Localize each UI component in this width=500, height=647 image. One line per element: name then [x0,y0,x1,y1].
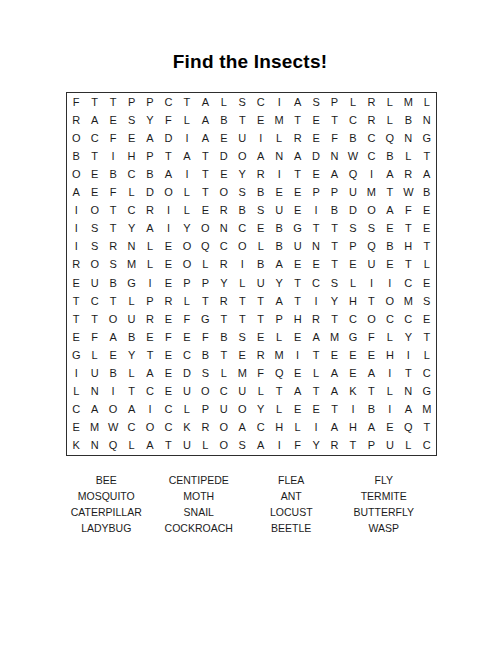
grid-cell-r19c20[interactable]: T [418,419,436,437]
grid-cell-r17c8[interactable]: O [196,383,214,401]
grid-cell-r12c12[interactable]: A [270,292,288,310]
grid-cell-r12c16[interactable]: H [344,292,362,310]
grid-cell-r14c9[interactable]: B [215,328,233,346]
grid-cell-r18c7[interactable]: L [178,401,196,419]
grid-cell-r8c6[interactable]: I [159,220,177,238]
grid-cell-r19c12[interactable]: H [270,419,288,437]
grid-cell-r12c15[interactable]: Y [325,292,343,310]
grid-cell-r12c18[interactable]: O [381,292,399,310]
grid-cell-r11c10[interactable]: L [233,274,251,292]
grid-cell-r20c6[interactable]: T [159,437,177,455]
grid-cell-r7c3[interactable]: T [104,202,122,220]
grid-cell-r9c5[interactable]: L [141,238,159,256]
grid-cell-r18c20[interactable]: M [418,401,436,419]
grid-cell-r4c13[interactable]: A [288,147,306,165]
grid-cell-r1c3[interactable]: T [104,93,122,111]
grid-cell-r16c2[interactable]: U [85,365,103,383]
grid-cell-r15c2[interactable]: L [85,346,103,364]
grid-cell-r17c7[interactable]: U [178,383,196,401]
grid-cell-r19c16[interactable]: H [344,419,362,437]
grid-cell-r11c19[interactable]: C [399,274,417,292]
grid-cell-r17c16[interactable]: K [344,383,362,401]
grid-cell-r12c13[interactable]: T [288,292,306,310]
grid-cell-r6c1[interactable]: A [67,184,85,202]
grid-cell-r8c19[interactable]: T [399,220,417,238]
grid-cell-r6c4[interactable]: L [122,184,140,202]
grid-cell-r1c19[interactable]: M [399,93,417,111]
grid-cell-r3c6[interactable]: D [159,129,177,147]
grid-cell-r12c19[interactable]: M [399,292,417,310]
grid-cell-r18c5[interactable]: I [141,401,159,419]
grid-cell-r3c15[interactable]: F [325,129,343,147]
grid-cell-r3c5[interactable]: A [141,129,159,147]
grid-cell-r11c16[interactable]: L [344,274,362,292]
grid-cell-r11c17[interactable]: I [362,274,380,292]
grid-cell-r13c16[interactable]: C [344,310,362,328]
grid-cell-r9c7[interactable]: O [178,238,196,256]
grid-cell-r14c16[interactable]: G [344,328,362,346]
grid-cell-r6c12[interactable]: E [270,184,288,202]
grid-cell-r12c10[interactable]: T [233,292,251,310]
grid-cell-r2c11[interactable]: E [252,111,270,129]
grid-cell-r15c8[interactable]: B [196,346,214,364]
grid-cell-r11c7[interactable]: P [178,274,196,292]
grid-cell-r8c2[interactable]: S [85,220,103,238]
grid-cell-r11c18[interactable]: I [381,274,399,292]
grid-cell-r4c11[interactable]: A [252,147,270,165]
grid-cell-r14c3[interactable]: A [104,328,122,346]
grid-cell-r11c6[interactable]: E [159,274,177,292]
grid-cell-r2c19[interactable]: B [399,111,417,129]
grid-cell-r20c4[interactable]: L [122,437,140,455]
grid-cell-r11c5[interactable]: I [141,274,159,292]
grid-cell-r15c11[interactable]: R [252,346,270,364]
grid-cell-r7c14[interactable]: I [307,202,325,220]
grid-cell-r18c9[interactable]: U [215,401,233,419]
grid-cell-r20c13[interactable]: F [288,437,306,455]
grid-cell-r3c8[interactable]: A [196,129,214,147]
grid-cell-r9c2[interactable]: S [85,238,103,256]
grid-cell-r12c11[interactable]: T [252,292,270,310]
grid-cell-r11c12[interactable]: Y [270,274,288,292]
grid-cell-r7c4[interactable]: C [122,202,140,220]
grid-cell-r16c7[interactable]: D [178,365,196,383]
grid-cell-r10c7[interactable]: O [178,256,196,274]
grid-cell-r5c16[interactable]: Q [344,165,362,183]
grid-cell-r16c5[interactable]: A [141,365,159,383]
grid-cell-r4c14[interactable]: D [307,147,325,165]
grid-cell-r14c15[interactable]: M [325,328,343,346]
grid-cell-r4c4[interactable]: H [122,147,140,165]
grid-cell-r4c9[interactable]: D [215,147,233,165]
grid-cell-r8c14[interactable]: T [307,220,325,238]
grid-cell-r14c17[interactable]: F [362,328,380,346]
grid-cell-r13c7[interactable]: F [178,310,196,328]
grid-cell-r17c14[interactable]: T [307,383,325,401]
grid-cell-r15c18[interactable]: H [381,346,399,364]
grid-cell-r13c8[interactable]: G [196,310,214,328]
grid-cell-r7c17[interactable]: O [362,202,380,220]
grid-cell-r11c14[interactable]: C [307,274,325,292]
grid-cell-r2c2[interactable]: A [85,111,103,129]
grid-cell-r16c18[interactable]: I [381,365,399,383]
grid-cell-r1c2[interactable]: T [85,93,103,111]
grid-cell-r6c10[interactable]: S [233,184,251,202]
grid-cell-r15c6[interactable]: E [159,346,177,364]
grid-cell-r7c20[interactable]: E [418,202,436,220]
grid-cell-r1c13[interactable]: A [288,93,306,111]
grid-cell-r15c16[interactable]: E [344,346,362,364]
grid-cell-r5c11[interactable]: R [252,165,270,183]
grid-cell-r20c14[interactable]: Y [307,437,325,455]
grid-cell-r14c19[interactable]: Y [399,328,417,346]
grid-cell-r3c10[interactable]: U [233,129,251,147]
grid-cell-r17c19[interactable]: N [399,383,417,401]
grid-cell-r16c10[interactable]: M [233,365,251,383]
grid-cell-r10c11[interactable]: B [252,256,270,274]
grid-cell-r13c19[interactable]: C [399,310,417,328]
grid-cell-r9c10[interactable]: O [233,238,251,256]
grid-cell-r15c7[interactable]: C [178,346,196,364]
grid-cell-r15c3[interactable]: E [104,346,122,364]
grid-cell-r4c17[interactable]: C [362,147,380,165]
grid-cell-r6c20[interactable]: B [418,184,436,202]
grid-cell-r5c13[interactable]: T [288,165,306,183]
grid-cell-r19c7[interactable]: K [178,419,196,437]
grid-cell-r20c17[interactable]: P [362,437,380,455]
grid-cell-r4c20[interactable]: T [418,147,436,165]
grid-cell-r11c20[interactable]: E [418,274,436,292]
grid-cell-r10c6[interactable]: E [159,256,177,274]
grid-cell-r18c2[interactable]: A [85,401,103,419]
grid-cell-r12c6[interactable]: R [159,292,177,310]
grid-cell-r16c16[interactable]: E [344,365,362,383]
grid-cell-r16c13[interactable]: E [288,365,306,383]
grid-cell-r2c6[interactable]: F [159,111,177,129]
grid-cell-r2c17[interactable]: R [362,111,380,129]
grid-cell-r18c11[interactable]: Y [252,401,270,419]
grid-cell-r19c17[interactable]: A [362,419,380,437]
grid-cell-r19c4[interactable]: C [122,419,140,437]
grid-cell-r8c15[interactable]: T [325,220,343,238]
grid-cell-r13c4[interactable]: U [122,310,140,328]
grid-cell-r20c12[interactable]: I [270,437,288,455]
grid-cell-r16c20[interactable]: C [418,365,436,383]
grid-cell-r17c15[interactable]: A [325,383,343,401]
grid-cell-r4c16[interactable]: W [344,147,362,165]
grid-cell-r4c6[interactable]: T [159,147,177,165]
grid-cell-r2c15[interactable]: T [325,111,343,129]
grid-cell-r7c8[interactable]: E [196,202,214,220]
grid-cell-r9c11[interactable]: L [252,238,270,256]
grid-cell-r5c18[interactable]: A [381,165,399,183]
grid-cell-r7c2[interactable]: O [85,202,103,220]
grid-cell-r8c1[interactable]: I [67,220,85,238]
grid-cell-r5c20[interactable]: A [418,165,436,183]
grid-cell-r2c7[interactable]: L [178,111,196,129]
grid-cell-r8c5[interactable]: A [141,220,159,238]
grid-cell-r9c3[interactable]: R [104,238,122,256]
grid-cell-r7c15[interactable]: B [325,202,343,220]
grid-cell-r13c9[interactable]: T [215,310,233,328]
grid-cell-r11c11[interactable]: U [252,274,270,292]
grid-cell-r9c16[interactable]: P [344,238,362,256]
grid-cell-r10c3[interactable]: S [104,256,122,274]
grid-cell-r18c19[interactable]: A [399,401,417,419]
grid-cell-r20c9[interactable]: O [215,437,233,455]
grid-cell-r8c8[interactable]: O [196,220,214,238]
grid-cell-r4c1[interactable]: B [67,147,85,165]
grid-cell-r2c12[interactable]: M [270,111,288,129]
grid-cell-r18c15[interactable]: T [325,401,343,419]
grid-cell-r7c5[interactable]: R [141,202,159,220]
grid-cell-r14c18[interactable]: L [381,328,399,346]
grid-cell-r8c4[interactable]: Y [122,220,140,238]
grid-cell-r6c14[interactable]: P [307,184,325,202]
grid-cell-r14c7[interactable]: E [178,328,196,346]
grid-cell-r17c9[interactable]: C [215,383,233,401]
grid-cell-r14c8[interactable]: F [196,328,214,346]
grid-cell-r20c15[interactable]: R [325,437,343,455]
grid-cell-r12c20[interactable]: S [418,292,436,310]
grid-cell-r2c18[interactable]: L [381,111,399,129]
grid-cell-r9c18[interactable]: B [381,238,399,256]
grid-cell-r12c2[interactable]: C [85,292,103,310]
grid-cell-r2c16[interactable]: C [344,111,362,129]
grid-cell-r1c18[interactable]: L [381,93,399,111]
grid-cell-r6c19[interactable]: W [399,184,417,202]
grid-cell-r8c3[interactable]: T [104,220,122,238]
grid-cell-r4c8[interactable]: T [196,147,214,165]
grid-cell-r15c17[interactable]: E [362,346,380,364]
grid-cell-r3c14[interactable]: E [307,129,325,147]
grid-cell-r12c7[interactable]: L [178,292,196,310]
grid-cell-r15c1[interactable]: G [67,346,85,364]
grid-cell-r2c5[interactable]: Y [141,111,159,129]
grid-cell-r17c12[interactable]: T [270,383,288,401]
grid-cell-r16c14[interactable]: L [307,365,325,383]
grid-cell-r16c4[interactable]: L [122,365,140,383]
grid-cell-r19c14[interactable]: I [307,419,325,437]
grid-cell-r18c4[interactable]: A [122,401,140,419]
grid-cell-r11c8[interactable]: P [196,274,214,292]
grid-cell-r18c14[interactable]: E [307,401,325,419]
grid-cell-r2c20[interactable]: N [418,111,436,129]
grid-cell-r15c12[interactable]: M [270,346,288,364]
grid-cell-r3c18[interactable]: Q [381,129,399,147]
grid-cell-r1c6[interactable]: C [159,93,177,111]
grid-cell-r13c6[interactable]: E [159,310,177,328]
grid-cell-r16c11[interactable]: F [252,365,270,383]
grid-cell-r17c10[interactable]: U [233,383,251,401]
grid-cell-r7c1[interactable]: I [67,202,85,220]
grid-cell-r13c15[interactable]: T [325,310,343,328]
grid-cell-r6c8[interactable]: T [196,184,214,202]
grid-cell-r11c9[interactable]: Y [215,274,233,292]
grid-cell-r2c8[interactable]: A [196,111,214,129]
grid-cell-r14c13[interactable]: E [288,328,306,346]
grid-cell-r2c13[interactable]: T [288,111,306,129]
grid-cell-r6c16[interactable]: U [344,184,362,202]
grid-cell-r5c17[interactable]: I [362,165,380,183]
grid-cell-r14c11[interactable]: E [252,328,270,346]
grid-cell-r9c17[interactable]: Q [362,238,380,256]
grid-cell-r10c20[interactable]: L [418,256,436,274]
grid-cell-r11c4[interactable]: G [122,274,140,292]
grid-cell-r6c13[interactable]: E [288,184,306,202]
grid-cell-r5c4[interactable]: C [122,165,140,183]
grid-cell-r18c8[interactable]: P [196,401,214,419]
grid-cell-r14c2[interactable]: F [85,328,103,346]
grid-cell-r20c3[interactable]: Q [104,437,122,455]
grid-cell-r3c12[interactable]: L [270,129,288,147]
grid-cell-r1c14[interactable]: S [307,93,325,111]
grid-cell-r4c12[interactable]: N [270,147,288,165]
grid-cell-r13c17[interactable]: O [362,310,380,328]
grid-cell-r13c13[interactable]: H [288,310,306,328]
grid-cell-r3c17[interactable]: C [362,129,380,147]
grid-cell-r11c2[interactable]: U [85,274,103,292]
grid-cell-r6c15[interactable]: P [325,184,343,202]
grid-cell-r9c8[interactable]: Q [196,238,214,256]
grid-cell-r20c7[interactable]: U [178,437,196,455]
grid-cell-r5c7[interactable]: I [178,165,196,183]
grid-cell-r4c15[interactable]: N [325,147,343,165]
grid-cell-r5c9[interactable]: E [215,165,233,183]
grid-cell-r17c1[interactable]: L [67,383,85,401]
grid-cell-r8c13[interactable]: G [288,220,306,238]
grid-cell-r15c13[interactable]: I [288,346,306,364]
grid-cell-r1c12[interactable]: I [270,93,288,111]
grid-cell-r15c9[interactable]: T [215,346,233,364]
grid-cell-r7c16[interactable]: D [344,202,362,220]
grid-cell-r3c11[interactable]: I [252,129,270,147]
grid-cell-r16c12[interactable]: Q [270,365,288,383]
grid-cell-r10c4[interactable]: M [122,256,140,274]
grid-cell-r4c18[interactable]: B [381,147,399,165]
grid-cell-r10c18[interactable]: E [381,256,399,274]
grid-cell-r6c17[interactable]: M [362,184,380,202]
grid-cell-r16c1[interactable]: I [67,365,85,383]
grid-cell-r5c15[interactable]: A [325,165,343,183]
grid-cell-r4c2[interactable]: T [85,147,103,165]
grid-cell-r10c5[interactable]: L [141,256,159,274]
grid-cell-r17c5[interactable]: C [141,383,159,401]
grid-cell-r20c5[interactable]: A [141,437,159,455]
grid-cell-r7c18[interactable]: A [381,202,399,220]
grid-cell-r16c3[interactable]: B [104,365,122,383]
grid-cell-r6c6[interactable]: O [159,184,177,202]
grid-cell-r19c18[interactable]: E [381,419,399,437]
grid-cell-r14c6[interactable]: F [159,328,177,346]
grid-cell-r9c19[interactable]: H [399,238,417,256]
grid-cell-r10c1[interactable]: R [67,256,85,274]
grid-cell-r8c16[interactable]: S [344,220,362,238]
grid-cell-r19c11[interactable]: C [252,419,270,437]
grid-cell-r19c5[interactable]: O [141,419,159,437]
grid-cell-r17c20[interactable]: G [418,383,436,401]
grid-cell-r8c10[interactable]: C [233,220,251,238]
grid-cell-r14c14[interactable]: A [307,328,325,346]
grid-cell-r8c12[interactable]: B [270,220,288,238]
grid-cell-r14c20[interactable]: T [418,328,436,346]
grid-cell-r18c12[interactable]: L [270,401,288,419]
grid-cell-r18c10[interactable]: O [233,401,251,419]
grid-cell-r9c9[interactable]: C [215,238,233,256]
grid-cell-r10c16[interactable]: E [344,256,362,274]
grid-cell-r6c3[interactable]: F [104,184,122,202]
grid-cell-r9c15[interactable]: T [325,238,343,256]
grid-cell-r19c8[interactable]: R [196,419,214,437]
grid-cell-r18c1[interactable]: C [67,401,85,419]
grid-cell-r6c2[interactable]: E [85,184,103,202]
grid-cell-r3c1[interactable]: O [67,129,85,147]
grid-cell-r20c19[interactable]: L [399,437,417,455]
grid-cell-r3c2[interactable]: C [85,129,103,147]
grid-cell-r5c5[interactable]: B [141,165,159,183]
grid-cell-r20c11[interactable]: A [252,437,270,455]
grid-cell-r15c4[interactable]: Y [122,346,140,364]
grid-cell-r1c8[interactable]: A [196,93,214,111]
grid-cell-r19c13[interactable]: L [288,419,306,437]
grid-cell-r13c14[interactable]: R [307,310,325,328]
grid-cell-r13c20[interactable]: E [418,310,436,328]
grid-cell-r3c9[interactable]: E [215,129,233,147]
grid-cell-r5c10[interactable]: Y [233,165,251,183]
grid-cell-r1c11[interactable]: C [252,93,270,111]
grid-cell-r1c10[interactable]: S [233,93,251,111]
grid-cell-r8c7[interactable]: Y [178,220,196,238]
grid-cell-r3c7[interactable]: I [178,129,196,147]
grid-cell-r1c16[interactable]: L [344,93,362,111]
grid-cell-r12c14[interactable]: I [307,292,325,310]
grid-cell-r17c11[interactable]: L [252,383,270,401]
grid-cell-r12c8[interactable]: T [196,292,214,310]
grid-cell-r18c18[interactable]: I [381,401,399,419]
grid-cell-r10c14[interactable]: E [307,256,325,274]
grid-cell-r13c12[interactable]: P [270,310,288,328]
grid-cell-r13c10[interactable]: T [233,310,251,328]
grid-cell-r6c11[interactable]: B [252,184,270,202]
grid-cell-r8c20[interactable]: E [418,220,436,238]
grid-cell-r11c3[interactable]: B [104,274,122,292]
grid-cell-r9c12[interactable]: B [270,238,288,256]
grid-cell-r9c4[interactable]: N [122,238,140,256]
grid-cell-r14c10[interactable]: S [233,328,251,346]
grid-cell-r9c14[interactable]: N [307,238,325,256]
grid-cell-r20c2[interactable]: N [85,437,103,455]
grid-cell-r15c5[interactable]: T [141,346,159,364]
grid-cell-r16c9[interactable]: L [215,365,233,383]
grid-cell-r18c6[interactable]: C [159,401,177,419]
grid-cell-r19c6[interactable]: C [159,419,177,437]
grid-cell-r13c18[interactable]: C [381,310,399,328]
grid-cell-r19c1[interactable]: E [67,419,85,437]
grid-cell-r1c7[interactable]: T [178,93,196,111]
grid-cell-r16c19[interactable]: T [399,365,417,383]
grid-cell-r7c11[interactable]: S [252,202,270,220]
grid-cell-r12c3[interactable]: T [104,292,122,310]
grid-cell-r3c3[interactable]: F [104,129,122,147]
grid-cell-r10c17[interactable]: U [362,256,380,274]
grid-cell-r17c3[interactable]: I [104,383,122,401]
grid-cell-r5c1[interactable]: O [67,165,85,183]
grid-cell-r13c5[interactable]: R [141,310,159,328]
grid-cell-r10c8[interactable]: L [196,256,214,274]
grid-cell-r17c18[interactable]: L [381,383,399,401]
grid-cell-r3c19[interactable]: N [399,129,417,147]
grid-cell-r10c19[interactable]: T [399,256,417,274]
